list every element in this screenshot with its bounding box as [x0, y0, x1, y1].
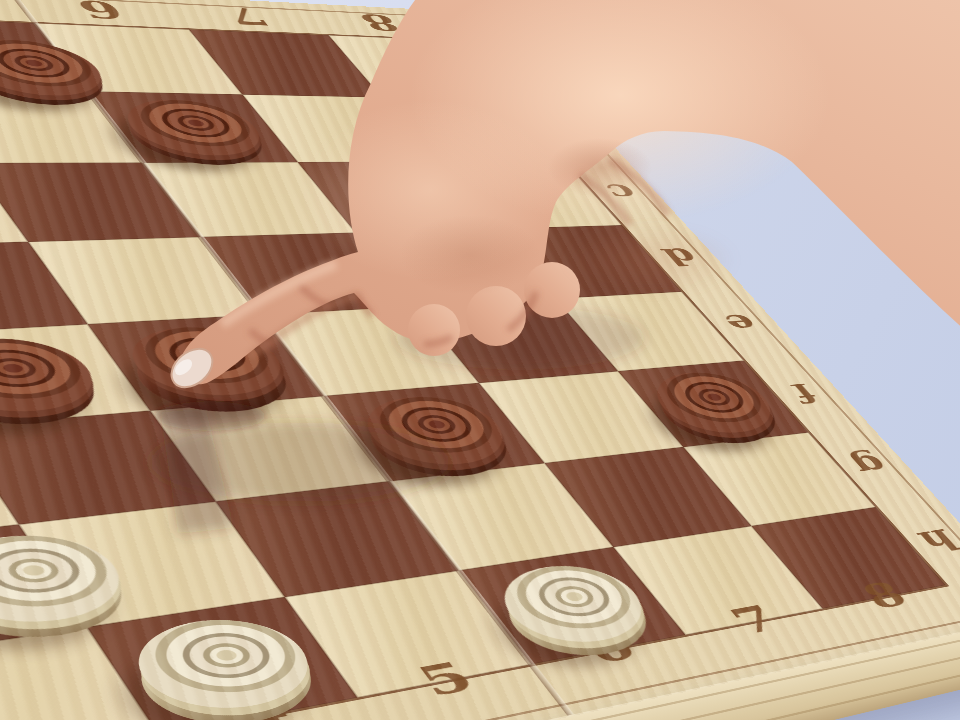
scene: 11aa22bb33cc44dd55ee66ff77gg88hh: [0, 0, 960, 720]
label-top-rank-6: 6: [12, 0, 185, 25]
label-top-rank-8: 8: [305, 8, 452, 37]
label-top-rank-5: 5: [0, 0, 32, 19]
label-top-rank-7: 7: [166, 1, 325, 31]
